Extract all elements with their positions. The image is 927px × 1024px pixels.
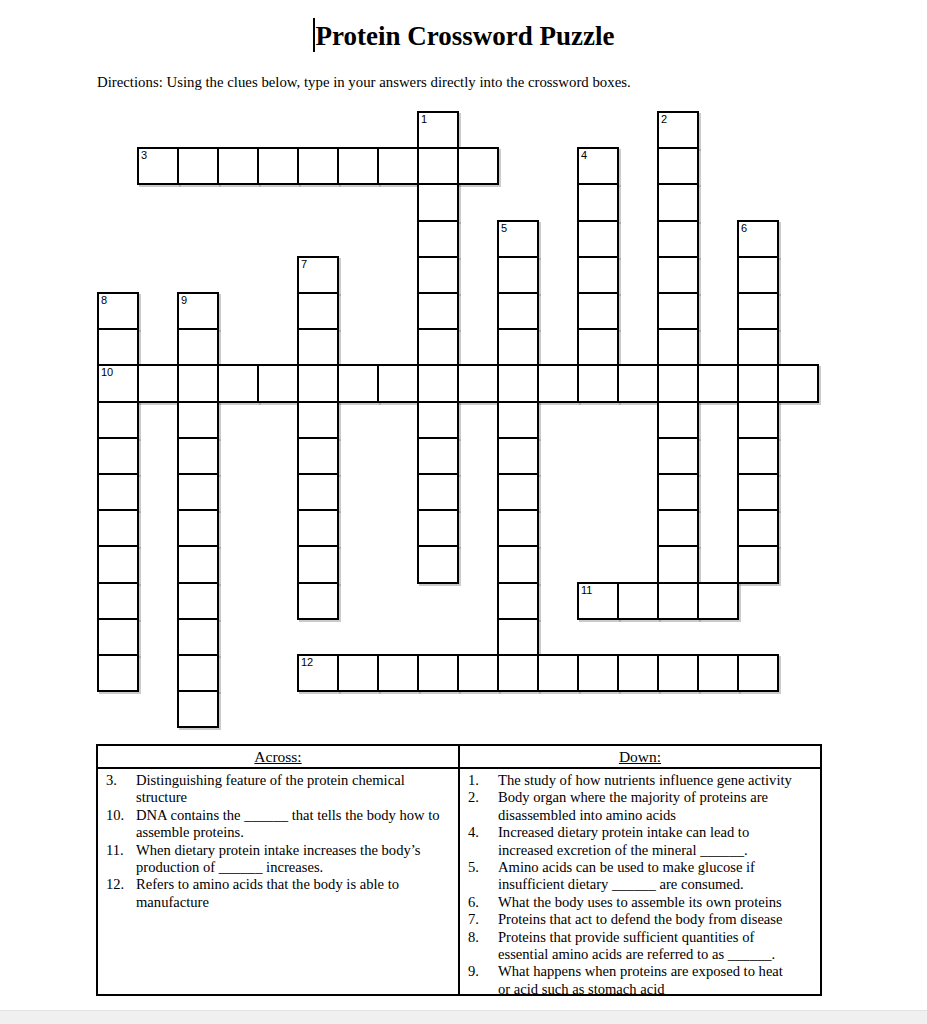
clue-number: 12. bbox=[106, 876, 136, 911]
clue-item-across-11: 11.When dietary protein intake increases… bbox=[98, 842, 458, 877]
crossword-cell[interactable] bbox=[297, 292, 339, 330]
crossword-cell[interactable] bbox=[657, 364, 699, 402]
clue-text: Proteins that act to defend the body fro… bbox=[498, 911, 817, 928]
clue-number: 5. bbox=[468, 859, 498, 894]
crossword-cell[interactable] bbox=[177, 473, 219, 511]
crossword-cell[interactable] bbox=[657, 220, 699, 258]
crossword-cell[interactable]: 9 bbox=[177, 292, 219, 330]
crossword-cell[interactable]: 7 bbox=[297, 256, 339, 294]
crossword-cell[interactable] bbox=[737, 545, 779, 583]
crossword-cell[interactable]: 5 bbox=[497, 220, 539, 258]
crossword-cell[interactable] bbox=[177, 437, 219, 475]
crossword-cell[interactable] bbox=[337, 654, 379, 692]
cell-number-label: 3 bbox=[141, 149, 147, 162]
crossword-cell[interactable] bbox=[497, 654, 539, 692]
crossword-cell[interactable] bbox=[97, 654, 139, 692]
cell-number-label: 7 bbox=[301, 258, 307, 271]
crossword-cell[interactable] bbox=[497, 582, 539, 620]
crossword-cell[interactable] bbox=[297, 147, 339, 185]
crossword-cell[interactable] bbox=[417, 220, 459, 258]
page-bottom-margin bbox=[0, 1010, 927, 1024]
crossword-cell[interactable] bbox=[577, 328, 619, 366]
crossword-cell[interactable] bbox=[177, 509, 219, 547]
crossword-cell[interactable] bbox=[257, 364, 299, 402]
clue-item-down-4: 4.Increased dietary protein intake can l… bbox=[460, 824, 820, 859]
crossword-cell[interactable] bbox=[697, 654, 739, 692]
crossword-cell[interactable] bbox=[497, 364, 539, 402]
crossword-cell[interactable] bbox=[297, 401, 339, 439]
clue-text: Distinguishing feature of the protein ch… bbox=[136, 772, 455, 807]
crossword-cell[interactable] bbox=[497, 401, 539, 439]
crossword-cell[interactable] bbox=[737, 328, 779, 366]
cell-number-label: 8 bbox=[101, 294, 107, 307]
crossword-cell[interactable] bbox=[97, 545, 139, 583]
crossword-cell[interactable] bbox=[737, 654, 779, 692]
crossword-cell[interactable]: 2 bbox=[657, 111, 699, 149]
clue-item-down-8: 8.Proteins that provide sufficient quant… bbox=[460, 929, 820, 964]
cell-number-label: 5 bbox=[501, 222, 507, 235]
crossword-cell[interactable] bbox=[417, 256, 459, 294]
crossword-cell[interactable] bbox=[97, 473, 139, 511]
clue-item-across-3: 3.Distinguishing feature of the protein … bbox=[98, 772, 458, 807]
crossword-cell[interactable] bbox=[417, 328, 459, 366]
crossword-cell[interactable] bbox=[497, 618, 539, 656]
crossword-cell[interactable] bbox=[737, 256, 779, 294]
worksheet-page: { "page": { "title": "Protein Crossword … bbox=[0, 0, 927, 1024]
crossword-cell[interactable] bbox=[617, 654, 659, 692]
crossword-cell[interactable]: 12 bbox=[297, 654, 339, 692]
down-header-cell: Down: bbox=[460, 746, 820, 767]
crossword-cell[interactable] bbox=[497, 256, 539, 294]
crossword-cell[interactable]: 6 bbox=[737, 220, 779, 258]
crossword-cell[interactable] bbox=[137, 364, 179, 402]
crossword-cell[interactable] bbox=[657, 473, 699, 511]
clue-number: 10. bbox=[106, 807, 136, 842]
crossword-cell[interactable] bbox=[737, 509, 779, 547]
page-title: Protein Crossword Puzzle bbox=[0, 18, 927, 52]
crossword-cell[interactable] bbox=[577, 364, 619, 402]
crossword-cell[interactable] bbox=[297, 582, 339, 620]
across-header: Across: bbox=[254, 748, 301, 765]
clue-text: Refers to amino acids that the body is a… bbox=[136, 876, 455, 911]
cell-number-label: 2 bbox=[661, 113, 667, 126]
crossword-cell[interactable] bbox=[617, 582, 659, 620]
down-header: Down: bbox=[619, 748, 661, 765]
crossword-cell[interactable] bbox=[177, 328, 219, 366]
crossword-cell[interactable] bbox=[97, 401, 139, 439]
directions-text: Directions: Using the clues below, type … bbox=[97, 74, 631, 91]
clue-text: Increased dietary protein intake can lea… bbox=[498, 824, 817, 859]
crossword-cell[interactable] bbox=[297, 473, 339, 511]
crossword-cell[interactable]: 3 bbox=[137, 147, 179, 185]
crossword-cell[interactable] bbox=[297, 509, 339, 547]
text-cursor bbox=[313, 18, 315, 52]
crossword-cell[interactable] bbox=[177, 690, 219, 728]
crossword-cell[interactable] bbox=[737, 292, 779, 330]
clue-text: Body organ where the majority of protein… bbox=[498, 789, 817, 824]
crossword-cell[interactable]: 4 bbox=[577, 147, 619, 185]
crossword-cell[interactable]: 8 bbox=[97, 292, 139, 330]
crossword-cell[interactable] bbox=[657, 147, 699, 185]
crossword-cell[interactable] bbox=[577, 292, 619, 330]
clue-text: Proteins that provide sufficient quantit… bbox=[498, 929, 817, 964]
clue-text: What the body uses to assemble its own p… bbox=[498, 894, 817, 911]
crossword-cell[interactable] bbox=[657, 292, 699, 330]
crossword-cell[interactable] bbox=[257, 147, 299, 185]
crossword-cell[interactable] bbox=[97, 582, 139, 620]
crossword-cell[interactable] bbox=[177, 618, 219, 656]
down-clue-list: 1.The study of how nutrients influence g… bbox=[460, 769, 820, 996]
clues-table-body: 3.Distinguishing feature of the protein … bbox=[98, 769, 820, 996]
clue-number: 6. bbox=[468, 894, 498, 911]
cell-number-label: 9 bbox=[181, 294, 187, 307]
clue-item-down-9: 9.What happens when proteins are exposed… bbox=[460, 963, 820, 998]
crossword-cell[interactable] bbox=[177, 147, 219, 185]
crossword-cell[interactable] bbox=[657, 654, 699, 692]
clue-number: 7. bbox=[468, 911, 498, 928]
clue-item-across-12: 12.Refers to amino acids that the body i… bbox=[98, 876, 458, 911]
crossword-cell[interactable] bbox=[577, 654, 619, 692]
crossword-cell[interactable] bbox=[177, 545, 219, 583]
crossword-cell[interactable] bbox=[457, 364, 499, 402]
crossword-cell[interactable]: 11 bbox=[577, 582, 619, 620]
crossword-cell[interactable] bbox=[177, 364, 219, 402]
crossword-cell[interactable] bbox=[737, 437, 779, 475]
crossword-cell[interactable] bbox=[737, 473, 779, 511]
crossword-cell[interactable] bbox=[417, 654, 459, 692]
crossword-grid: 123456789101112 bbox=[97, 111, 821, 731]
crossword-cell[interactable] bbox=[697, 582, 739, 620]
crossword-cell[interactable] bbox=[417, 183, 459, 221]
crossword-cell[interactable] bbox=[577, 183, 619, 221]
crossword-cell[interactable] bbox=[457, 654, 499, 692]
crossword-cell[interactable] bbox=[657, 256, 699, 294]
cell-number-label: 4 bbox=[581, 149, 587, 162]
clue-item-down-5: 5.Amino acids can be used to make glucos… bbox=[460, 859, 820, 894]
crossword-cell[interactable] bbox=[297, 328, 339, 366]
clue-text: What happens when proteins are exposed t… bbox=[498, 963, 817, 998]
crossword-cell[interactable] bbox=[377, 147, 419, 185]
clue-number: 8. bbox=[468, 929, 498, 964]
crossword-cell[interactable] bbox=[417, 364, 459, 402]
cell-number-label: 10 bbox=[101, 366, 113, 379]
crossword-cell[interactable] bbox=[177, 582, 219, 620]
crossword-cell[interactable] bbox=[97, 618, 139, 656]
crossword-cell[interactable] bbox=[97, 509, 139, 547]
crossword-cell[interactable] bbox=[657, 328, 699, 366]
clue-text: DNA contains the ______ that tells the b… bbox=[136, 807, 455, 842]
cell-number-label: 1 bbox=[421, 113, 427, 126]
crossword-cell[interactable] bbox=[657, 401, 699, 439]
clue-number: 11. bbox=[106, 842, 136, 877]
crossword-cell[interactable] bbox=[697, 364, 739, 402]
crossword-cell[interactable] bbox=[417, 147, 459, 185]
crossword-cell[interactable] bbox=[497, 509, 539, 547]
crossword-cell[interactable] bbox=[217, 364, 259, 402]
crossword-cell[interactable] bbox=[577, 256, 619, 294]
crossword-cell[interactable] bbox=[417, 292, 459, 330]
crossword-cell[interactable] bbox=[497, 292, 539, 330]
clue-number: 1. bbox=[468, 772, 498, 789]
across-header-cell: Across: bbox=[98, 746, 460, 767]
crossword-cell[interactable] bbox=[657, 545, 699, 583]
crossword-cell[interactable] bbox=[737, 401, 779, 439]
crossword-cell[interactable] bbox=[177, 654, 219, 692]
clue-text: When dietary protein intake increases th… bbox=[136, 842, 455, 877]
crossword-cell[interactable] bbox=[577, 220, 619, 258]
crossword-cell[interactable] bbox=[657, 582, 699, 620]
crossword-cell[interactable] bbox=[97, 437, 139, 475]
crossword-cell[interactable] bbox=[417, 509, 459, 547]
crossword-cell[interactable] bbox=[337, 147, 379, 185]
clue-item-across-10: 10.DNA contains the ______ that tells th… bbox=[98, 807, 458, 842]
crossword-cell[interactable] bbox=[737, 364, 779, 402]
crossword-cell[interactable] bbox=[217, 147, 259, 185]
clue-item-down-2: 2.Body organ where the majority of prote… bbox=[460, 789, 820, 824]
crossword-cell[interactable] bbox=[297, 545, 339, 583]
crossword-cell[interactable] bbox=[297, 364, 339, 402]
clue-number: 3. bbox=[106, 772, 136, 807]
page-title-text: Protein Crossword Puzzle bbox=[316, 21, 615, 51]
cell-number-label: 6 bbox=[741, 222, 747, 235]
crossword-cell[interactable] bbox=[417, 473, 459, 511]
crossword-cell[interactable] bbox=[537, 364, 579, 402]
crossword-cell[interactable]: 1 bbox=[417, 111, 459, 149]
across-clue-list: 3.Distinguishing feature of the protein … bbox=[98, 769, 460, 996]
crossword-cell[interactable] bbox=[337, 364, 379, 402]
cell-number-label: 11 bbox=[581, 584, 592, 597]
crossword-cell[interactable] bbox=[177, 401, 219, 439]
clue-number: 9. bbox=[468, 963, 498, 998]
clue-number: 4. bbox=[468, 824, 498, 859]
crossword-cell[interactable] bbox=[417, 401, 459, 439]
crossword-cell[interactable] bbox=[497, 545, 539, 583]
clue-item-down-6: 6.What the body uses to assemble its own… bbox=[460, 894, 820, 911]
crossword-cell[interactable] bbox=[777, 364, 819, 402]
crossword-cell[interactable] bbox=[497, 328, 539, 366]
crossword-cell[interactable] bbox=[537, 654, 579, 692]
clues-table: Across: Down: 3.Distinguishing feature o… bbox=[96, 744, 822, 996]
crossword-cell[interactable] bbox=[657, 437, 699, 475]
clue-item-down-7: 7.Proteins that act to defend the body f… bbox=[460, 911, 820, 928]
crossword-cell[interactable] bbox=[377, 364, 419, 402]
crossword-cell[interactable] bbox=[497, 437, 539, 475]
crossword-cell[interactable] bbox=[97, 328, 139, 366]
crossword-cell[interactable] bbox=[657, 183, 699, 221]
crossword-cell[interactable] bbox=[497, 473, 539, 511]
crossword-cell[interactable] bbox=[617, 364, 659, 402]
crossword-cell[interactable] bbox=[297, 437, 339, 475]
crossword-cell[interactable] bbox=[377, 654, 419, 692]
clue-text: The study of how nutrients influence gen… bbox=[498, 772, 817, 789]
crossword-cell[interactable] bbox=[457, 147, 499, 185]
clues-table-header: Across: Down: bbox=[98, 746, 820, 769]
crossword-cell[interactable] bbox=[417, 545, 459, 583]
crossword-cell[interactable] bbox=[417, 437, 459, 475]
clue-number: 2. bbox=[468, 789, 498, 824]
clue-text: Amino acids can be used to make glucose … bbox=[498, 859, 817, 894]
crossword-cell[interactable]: 10 bbox=[97, 364, 139, 402]
crossword-cell[interactable] bbox=[657, 509, 699, 547]
clue-item-down-1: 1.The study of how nutrients influence g… bbox=[460, 772, 820, 789]
cell-number-label: 12 bbox=[301, 656, 313, 669]
